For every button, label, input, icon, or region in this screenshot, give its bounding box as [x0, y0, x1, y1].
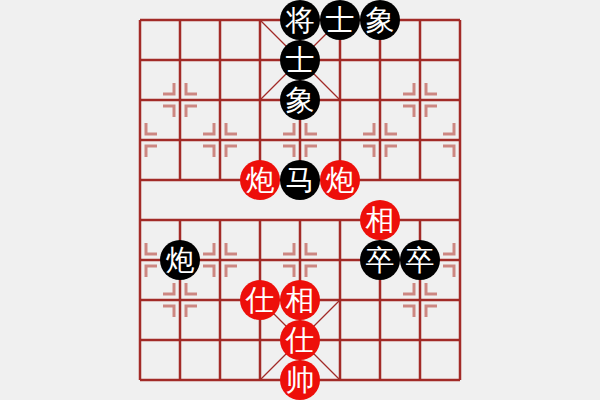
piece-glyph: 象: [366, 6, 395, 35]
piece-glyph: 士: [286, 46, 315, 75]
piece-glyph: 卒: [366, 246, 395, 275]
piece-glyph: 将: [286, 6, 315, 35]
piece-red-cannon[interactable]: 炮: [240, 160, 280, 200]
piece-black-cannon[interactable]: 炮: [160, 240, 200, 280]
piece-black-elephant[interactable]: 象: [280, 80, 320, 120]
piece-red-elephant[interactable]: 相: [360, 200, 400, 240]
piece-glyph: 士: [326, 6, 355, 35]
piece-glyph: 相: [366, 206, 395, 235]
piece-black-soldier[interactable]: 卒: [360, 240, 400, 280]
piece-red-general[interactable]: 帅: [280, 360, 320, 400]
piece-glyph: 仕: [286, 326, 315, 355]
piece-glyph: 炮: [166, 246, 195, 275]
piece-glyph: 炮: [246, 166, 275, 195]
piece-grid: 将士象士象炮马炮相炮卒卒仕相仕帅: [120, 0, 480, 400]
piece-glyph: 仕: [246, 286, 275, 315]
piece-red-advisor[interactable]: 仕: [240, 280, 280, 320]
piece-glyph: 炮: [326, 166, 355, 195]
piece-glyph: 卒: [406, 246, 435, 275]
piece-glyph: 马: [286, 166, 315, 195]
piece-black-advisor[interactable]: 士: [320, 0, 360, 40]
piece-black-soldier[interactable]: 卒: [400, 240, 440, 280]
piece-black-elephant[interactable]: 象: [360, 0, 400, 40]
piece-black-horse[interactable]: 马: [280, 160, 320, 200]
piece-red-elephant[interactable]: 相: [280, 280, 320, 320]
xiangqi-app: 将士象士象炮马炮相炮卒卒仕相仕帅: [0, 0, 600, 400]
piece-red-advisor[interactable]: 仕: [280, 320, 320, 360]
piece-glyph: 相: [286, 286, 315, 315]
piece-black-general[interactable]: 将: [280, 0, 320, 40]
piece-glyph: 帅: [286, 366, 315, 395]
piece-red-cannon[interactable]: 炮: [320, 160, 360, 200]
piece-black-advisor[interactable]: 士: [280, 40, 320, 80]
piece-glyph: 象: [286, 86, 315, 115]
